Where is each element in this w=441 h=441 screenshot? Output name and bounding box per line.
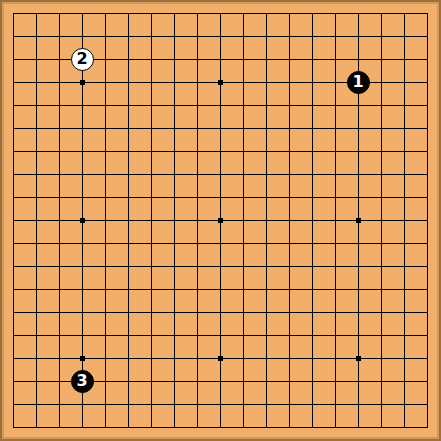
- go-board: 123: [0, 0, 441, 441]
- star-point: [80, 218, 85, 223]
- star-point: [218, 80, 223, 85]
- star-point: [80, 80, 85, 85]
- star-point: [218, 218, 223, 223]
- star-point: [356, 356, 361, 361]
- star-point: [356, 218, 361, 223]
- black-stone-3: 3: [71, 370, 94, 393]
- board-intersections: 123: [2, 2, 439, 439]
- star-point: [218, 356, 223, 361]
- star-point: [80, 356, 85, 361]
- white-stone-2: 2: [71, 48, 94, 71]
- black-stone-1: 1: [347, 71, 370, 94]
